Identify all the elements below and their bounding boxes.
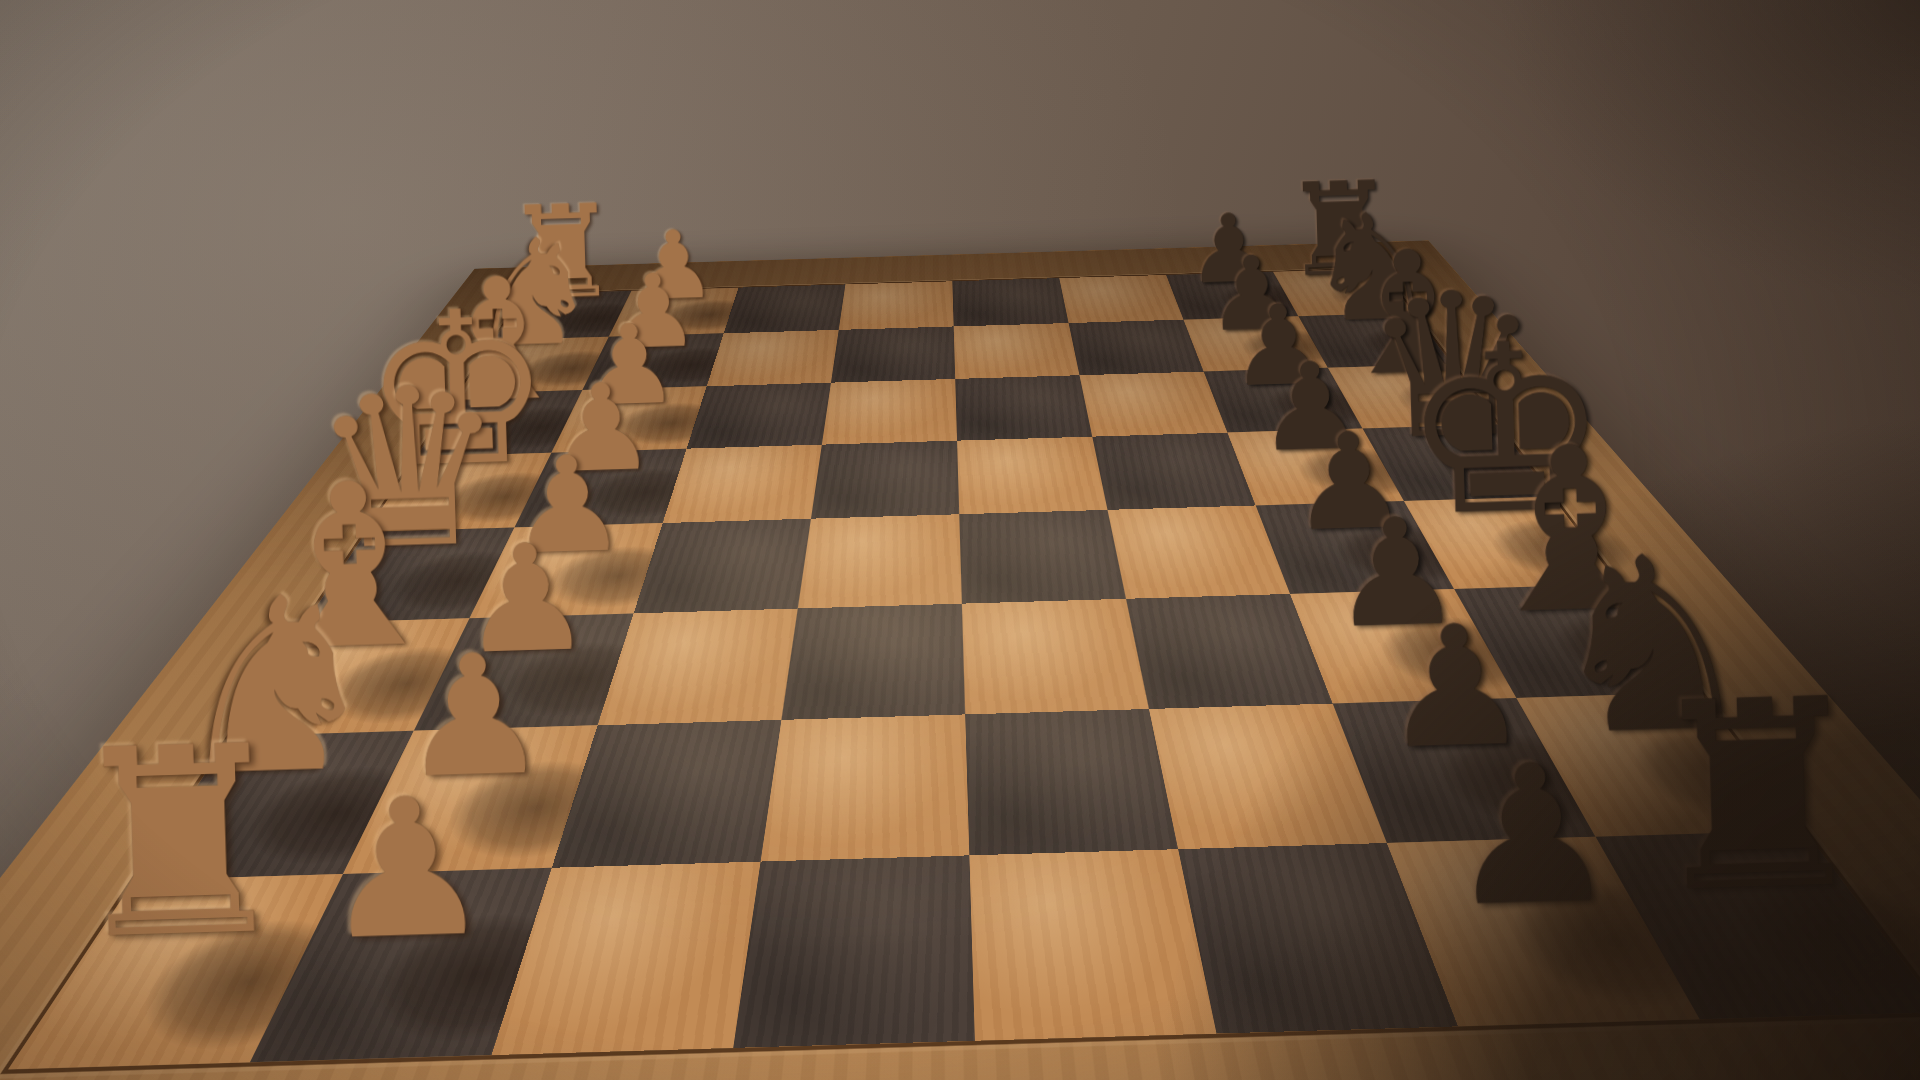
square-b6[interactable] [1069,320,1204,376]
square-c4[interactable] [822,379,957,445]
scene-tilt-wrapper: ♜♟♟♜♞♟♟♞♝♟♟♝♚♟♟♛♛♟♟♚♝♟♟♝♞♟♟♞♜♟♟♜ [0,0,1920,1080]
render-backdrop: ♜♟♟♜♞♟♟♞♝♟♟♝♚♟♟♛♛♟♟♚♝♟♟♝♞♟♟♞♜♟♟♜ [0,0,1920,1080]
square-a6[interactable] [1059,275,1183,323]
square-f6[interactable] [1126,594,1333,709]
square-b3[interactable] [707,330,839,386]
chessboard-table: ♜♟♟♜♞♟♟♞♝♟♟♝♚♟♟♛♛♟♟♚♝♟♟♝♞♟♟♞♜♟♟♜ [0,240,1920,1080]
square-h1[interactable]: ♜ [8,874,343,1069]
square-g3[interactable] [552,720,782,868]
square-a5[interactable] [952,278,1068,326]
square-f5[interactable] [962,599,1149,715]
square-a3[interactable] [724,284,846,333]
square-h4[interactable] [733,855,975,1047]
square-c3[interactable] [687,383,831,449]
square-a4[interactable] [839,281,954,330]
square-b5[interactable] [954,323,1080,379]
square-e3[interactable] [634,519,811,614]
square-e5[interactable] [959,510,1126,604]
square-d4[interactable] [811,441,959,519]
square-h3[interactable] [492,862,761,1055]
square-b4[interactable] [831,326,955,382]
square-c5[interactable] [955,375,1092,440]
square-g5[interactable] [965,709,1178,855]
square-f4[interactable] [781,604,965,720]
square-d3[interactable] [663,445,822,523]
square-h5[interactable] [969,849,1216,1041]
white-rook[interactable]: ♜ [59,711,298,976]
chessboard-squares: ♜♟♟♜♞♟♟♞♝♟♟♝♚♟♟♛♛♟♟♚♝♟♟♝♞♟♟♞♜♟♟♜ [8,269,1920,1070]
white-pawn[interactable]: ♟ [318,771,495,967]
square-g4[interactable] [761,714,970,861]
black-pawn[interactable]: ♟ [1444,738,1621,934]
square-e4[interactable] [798,514,962,608]
square-h6[interactable] [1178,843,1458,1034]
square-c6[interactable] [1079,372,1227,437]
black-rook[interactable]: ♜ [1638,665,1877,930]
square-d5[interactable] [957,437,1107,515]
